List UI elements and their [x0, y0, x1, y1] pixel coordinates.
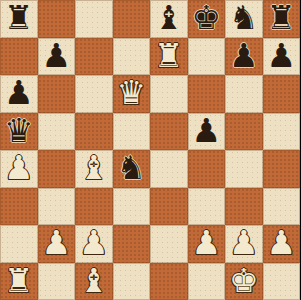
- piece-white-bishop[interactable]: ♝: [79, 151, 109, 184]
- piece-white-king[interactable]: ♚: [229, 264, 259, 297]
- square-c4[interactable]: ♝: [75, 150, 113, 188]
- square-e5[interactable]: [150, 113, 188, 151]
- square-f5[interactable]: ♟: [188, 113, 226, 151]
- piece-white-pawn[interactable]: ♟: [191, 226, 221, 259]
- square-g3[interactable]: [225, 188, 263, 226]
- square-d1[interactable]: [113, 263, 151, 300]
- square-h6[interactable]: [263, 75, 301, 113]
- piece-white-pawn[interactable]: ♟: [41, 226, 71, 259]
- chess-board-wrap: ♜♝♚♞♜♟♜♟♟♟♛♛♟♟♝♞♟♟♟♟♟♜♝♚: [0, 0, 300, 300]
- square-e3[interactable]: [150, 188, 188, 226]
- piece-black-pawn[interactable]: ♟: [4, 76, 34, 109]
- square-c7[interactable]: [75, 38, 113, 76]
- square-f8[interactable]: ♚: [188, 0, 226, 38]
- square-g8[interactable]: ♞: [225, 0, 263, 38]
- piece-white-rook[interactable]: ♜: [4, 264, 34, 297]
- square-d3[interactable]: [113, 188, 151, 226]
- piece-white-pawn[interactable]: ♟: [229, 226, 259, 259]
- piece-white-pawn[interactable]: ♟: [79, 226, 109, 259]
- square-e7[interactable]: ♜: [150, 38, 188, 76]
- square-c1[interactable]: ♝: [75, 263, 113, 300]
- piece-black-queen[interactable]: ♛: [4, 114, 34, 147]
- piece-white-bishop[interactable]: ♝: [79, 264, 109, 297]
- square-d5[interactable]: [113, 113, 151, 151]
- square-a6[interactable]: ♟: [0, 75, 38, 113]
- square-g5[interactable]: [225, 113, 263, 151]
- square-e4[interactable]: [150, 150, 188, 188]
- square-h1[interactable]: [263, 263, 301, 300]
- square-e6[interactable]: [150, 75, 188, 113]
- piece-black-bishop[interactable]: ♝: [154, 1, 184, 34]
- square-g6[interactable]: [225, 75, 263, 113]
- square-d2[interactable]: [113, 225, 151, 263]
- piece-black-pawn[interactable]: ♟: [191, 114, 221, 147]
- piece-black-king[interactable]: ♚: [191, 1, 221, 34]
- square-d8[interactable]: [113, 0, 151, 38]
- square-f4[interactable]: [188, 150, 226, 188]
- square-c2[interactable]: ♟: [75, 225, 113, 263]
- piece-black-pawn[interactable]: ♟: [229, 39, 259, 72]
- square-b5[interactable]: [38, 113, 76, 151]
- square-d4[interactable]: ♞: [113, 150, 151, 188]
- piece-black-knight[interactable]: ♞: [229, 1, 259, 34]
- piece-white-pawn[interactable]: ♟: [4, 151, 34, 184]
- square-f3[interactable]: [188, 188, 226, 226]
- square-c3[interactable]: [75, 188, 113, 226]
- square-e1[interactable]: [150, 263, 188, 300]
- square-h8[interactable]: ♜: [263, 0, 301, 38]
- square-b8[interactable]: [38, 0, 76, 38]
- piece-white-pawn[interactable]: ♟: [266, 226, 296, 259]
- square-b4[interactable]: [38, 150, 76, 188]
- square-a2[interactable]: [0, 225, 38, 263]
- square-c8[interactable]: [75, 0, 113, 38]
- square-b6[interactable]: [38, 75, 76, 113]
- square-d7[interactable]: [113, 38, 151, 76]
- square-g2[interactable]: ♟: [225, 225, 263, 263]
- square-d6[interactable]: ♛: [113, 75, 151, 113]
- piece-black-pawn[interactable]: ♟: [41, 39, 71, 72]
- square-a4[interactable]: ♟: [0, 150, 38, 188]
- square-g1[interactable]: ♚: [225, 263, 263, 300]
- square-b3[interactable]: [38, 188, 76, 226]
- square-h3[interactable]: [263, 188, 301, 226]
- square-h7[interactable]: ♟: [263, 38, 301, 76]
- square-g7[interactable]: ♟: [225, 38, 263, 76]
- square-f2[interactable]: ♟: [188, 225, 226, 263]
- square-e2[interactable]: [150, 225, 188, 263]
- square-f6[interactable]: [188, 75, 226, 113]
- square-c6[interactable]: [75, 75, 113, 113]
- square-f7[interactable]: [188, 38, 226, 76]
- square-h2[interactable]: ♟: [263, 225, 301, 263]
- square-c5[interactable]: [75, 113, 113, 151]
- piece-white-rook[interactable]: ♜: [154, 39, 184, 72]
- square-a5[interactable]: ♛: [0, 113, 38, 151]
- piece-black-knight[interactable]: ♞: [116, 151, 146, 184]
- square-f1[interactable]: [188, 263, 226, 300]
- piece-white-queen[interactable]: ♛: [116, 76, 146, 109]
- piece-black-rook[interactable]: ♜: [4, 1, 34, 34]
- square-h5[interactable]: [263, 113, 301, 151]
- piece-black-rook[interactable]: ♜: [266, 1, 296, 34]
- square-h4[interactable]: [263, 150, 301, 188]
- square-a8[interactable]: ♜: [0, 0, 38, 38]
- chess-board: ♜♝♚♞♜♟♜♟♟♟♛♛♟♟♝♞♟♟♟♟♟♜♝♚: [0, 0, 300, 300]
- square-g4[interactable]: [225, 150, 263, 188]
- piece-black-pawn[interactable]: ♟: [266, 39, 296, 72]
- square-b7[interactable]: ♟: [38, 38, 76, 76]
- square-b1[interactable]: [38, 263, 76, 300]
- square-a1[interactable]: ♜: [0, 263, 38, 300]
- square-a3[interactable]: [0, 188, 38, 226]
- square-b2[interactable]: ♟: [38, 225, 76, 263]
- square-a7[interactable]: [0, 38, 38, 76]
- square-e8[interactable]: ♝: [150, 0, 188, 38]
